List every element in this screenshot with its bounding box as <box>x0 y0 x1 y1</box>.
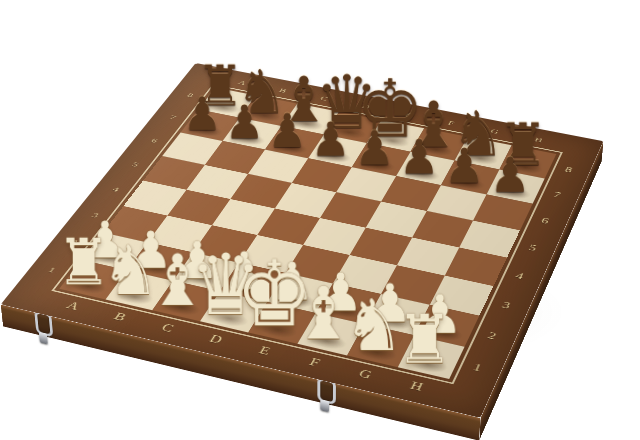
latch-hook-icon <box>320 399 329 412</box>
latch-hook-icon <box>39 332 48 345</box>
latch-right <box>314 379 334 416</box>
latch-left <box>32 312 53 348</box>
rank-label-6: 6 <box>149 137 160 145</box>
chess-set-photo: ♜♞♝♛♚♝♞♜♟♟♟♟♟♟♟♟♟♟♟♟♟♟♟♟♜♞♝♛♚♝♞♜ ABCDEFG… <box>0 0 640 440</box>
rank-label-5: 5 <box>130 161 141 169</box>
piece-white-rook-h1: ♜ <box>383 306 466 373</box>
rank-label-8: 8 <box>564 165 575 174</box>
